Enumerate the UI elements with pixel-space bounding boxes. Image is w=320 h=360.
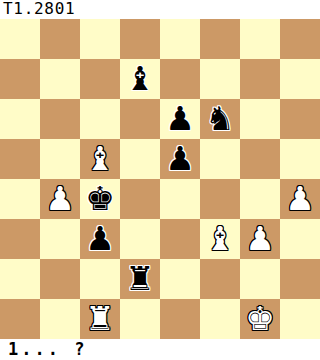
square-g6[interactable] [240, 99, 280, 139]
square-c1[interactable]: ♜ [80, 299, 120, 339]
square-e6[interactable]: ♟ [160, 99, 200, 139]
square-d5[interactable] [120, 139, 160, 179]
square-f5[interactable] [200, 139, 240, 179]
white-pawn[interactable]: ♟ [45, 179, 75, 219]
square-b6[interactable] [40, 99, 80, 139]
black-knight[interactable]: ♞ [205, 99, 235, 139]
square-b2[interactable] [40, 259, 80, 299]
square-b7[interactable] [40, 59, 80, 99]
square-c4[interactable]: ♚ [80, 179, 120, 219]
square-f2[interactable] [200, 259, 240, 299]
chess-puzzle-page: T1.2801 ♝♟♞♝♟♟♚♟♟♝♟♜♜♚ 1... ? [0, 0, 320, 360]
square-c2[interactable] [80, 259, 120, 299]
white-bishop[interactable]: ♝ [205, 219, 235, 259]
white-bishop[interactable]: ♝ [85, 139, 115, 179]
square-a7[interactable] [0, 59, 40, 99]
square-h6[interactable] [280, 99, 320, 139]
square-g8[interactable] [240, 19, 280, 59]
square-b1[interactable] [40, 299, 80, 339]
square-g5[interactable] [240, 139, 280, 179]
square-c8[interactable] [80, 19, 120, 59]
black-bishop[interactable]: ♝ [125, 59, 155, 99]
square-a3[interactable] [0, 219, 40, 259]
square-a1[interactable] [0, 299, 40, 339]
move-prompt: 1... ? [0, 339, 320, 360]
white-rook[interactable]: ♜ [85, 299, 115, 339]
square-e5[interactable]: ♟ [160, 139, 200, 179]
black-rook[interactable]: ♜ [125, 259, 155, 299]
square-e2[interactable] [160, 259, 200, 299]
square-e1[interactable] [160, 299, 200, 339]
square-b4[interactable]: ♟ [40, 179, 80, 219]
square-e3[interactable] [160, 219, 200, 259]
square-a6[interactable] [0, 99, 40, 139]
square-f8[interactable] [200, 19, 240, 59]
square-c3[interactable]: ♟ [80, 219, 120, 259]
square-a5[interactable] [0, 139, 40, 179]
black-pawn[interactable]: ♟ [165, 99, 195, 139]
white-pawn[interactable]: ♟ [245, 219, 275, 259]
square-h7[interactable] [280, 59, 320, 99]
square-h5[interactable] [280, 139, 320, 179]
puzzle-title: T1.2801 [0, 0, 320, 19]
square-d4[interactable] [120, 179, 160, 219]
square-b5[interactable] [40, 139, 80, 179]
white-pawn[interactable]: ♟ [285, 179, 315, 219]
square-h4[interactable]: ♟ [280, 179, 320, 219]
square-f1[interactable] [200, 299, 240, 339]
square-a8[interactable] [0, 19, 40, 59]
square-d2[interactable]: ♜ [120, 259, 160, 299]
square-a2[interactable] [0, 259, 40, 299]
square-g7[interactable] [240, 59, 280, 99]
square-c6[interactable] [80, 99, 120, 139]
square-d1[interactable] [120, 299, 160, 339]
square-d8[interactable] [120, 19, 160, 59]
square-f6[interactable]: ♞ [200, 99, 240, 139]
black-pawn[interactable]: ♟ [165, 139, 195, 179]
square-h1[interactable] [280, 299, 320, 339]
square-a4[interactable] [0, 179, 40, 219]
square-b3[interactable] [40, 219, 80, 259]
square-f7[interactable] [200, 59, 240, 99]
black-king[interactable]: ♚ [85, 179, 115, 219]
square-g3[interactable]: ♟ [240, 219, 280, 259]
white-king[interactable]: ♚ [245, 299, 275, 339]
square-e4[interactable] [160, 179, 200, 219]
square-f4[interactable] [200, 179, 240, 219]
square-g2[interactable] [240, 259, 280, 299]
square-h2[interactable] [280, 259, 320, 299]
square-f3[interactable]: ♝ [200, 219, 240, 259]
square-b8[interactable] [40, 19, 80, 59]
square-h8[interactable] [280, 19, 320, 59]
black-pawn[interactable]: ♟ [85, 219, 115, 259]
square-d3[interactable] [120, 219, 160, 259]
square-c5[interactable]: ♝ [80, 139, 120, 179]
square-e8[interactable] [160, 19, 200, 59]
square-g4[interactable] [240, 179, 280, 219]
square-c7[interactable] [80, 59, 120, 99]
square-e7[interactable] [160, 59, 200, 99]
square-g1[interactable]: ♚ [240, 299, 280, 339]
square-d6[interactable] [120, 99, 160, 139]
chess-board: ♝♟♞♝♟♟♚♟♟♝♟♜♜♚ [0, 19, 320, 339]
square-d7[interactable]: ♝ [120, 59, 160, 99]
square-h3[interactable] [280, 219, 320, 259]
